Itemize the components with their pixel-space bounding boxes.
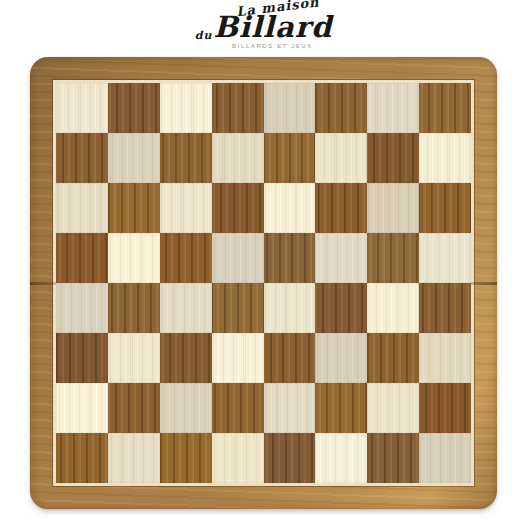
square-a3[interactable]: [56, 333, 108, 383]
square-c8[interactable]: [160, 83, 212, 133]
square-g4[interactable]: [367, 283, 419, 333]
square-g3[interactable]: [367, 333, 419, 383]
square-d2[interactable]: [212, 383, 264, 433]
square-a5[interactable]: [56, 233, 108, 283]
square-b8[interactable]: [108, 83, 160, 133]
square-f2[interactable]: [315, 383, 367, 433]
product-photo: La maison duBillard BILLARDS ET JEUX: [0, 0, 527, 527]
board-grid: [56, 83, 471, 483]
square-e2[interactable]: [264, 383, 316, 433]
square-f8[interactable]: [315, 83, 367, 133]
square-f7[interactable]: [315, 133, 367, 183]
square-g7[interactable]: [367, 133, 419, 183]
square-g8[interactable]: [367, 83, 419, 133]
square-a8[interactable]: [56, 83, 108, 133]
square-g1[interactable]: [367, 433, 419, 483]
square-a4[interactable]: [56, 283, 108, 333]
square-h5[interactable]: [419, 233, 471, 283]
square-d6[interactable]: [212, 183, 264, 233]
board-foot-right: [469, 503, 485, 512]
square-e1[interactable]: [264, 433, 316, 483]
square-a7[interactable]: [56, 133, 108, 183]
square-d7[interactable]: [212, 133, 264, 183]
square-a2[interactable]: [56, 383, 108, 433]
square-g2[interactable]: [367, 383, 419, 433]
square-h7[interactable]: [419, 133, 471, 183]
square-c7[interactable]: [160, 133, 212, 183]
square-b4[interactable]: [108, 283, 160, 333]
square-g6[interactable]: [367, 183, 419, 233]
square-c6[interactable]: [160, 183, 212, 233]
square-h4[interactable]: [419, 283, 471, 333]
square-c5[interactable]: [160, 233, 212, 283]
square-e8[interactable]: [264, 83, 316, 133]
square-e3[interactable]: [264, 333, 316, 383]
square-h3[interactable]: [419, 333, 471, 383]
square-f1[interactable]: [315, 433, 367, 483]
square-h8[interactable]: [419, 83, 471, 133]
square-d1[interactable]: [212, 433, 264, 483]
square-b6[interactable]: [108, 183, 160, 233]
fold-seam-left: [30, 282, 56, 285]
square-e5[interactable]: [264, 233, 316, 283]
square-d4[interactable]: [212, 283, 264, 333]
board-foot-left: [42, 504, 58, 513]
square-b1[interactable]: [108, 433, 160, 483]
brand-logo-tagline: BILLARDS ET JEUX: [172, 43, 374, 49]
square-h2[interactable]: [419, 383, 471, 433]
square-c1[interactable]: [160, 433, 212, 483]
square-f6[interactable]: [315, 183, 367, 233]
square-b2[interactable]: [108, 383, 160, 433]
square-b5[interactable]: [108, 233, 160, 283]
square-c3[interactable]: [160, 333, 212, 383]
square-a1[interactable]: [56, 433, 108, 483]
square-h1[interactable]: [419, 433, 471, 483]
square-e7[interactable]: [264, 133, 316, 183]
square-c2[interactable]: [160, 383, 212, 433]
square-f4[interactable]: [315, 283, 367, 333]
brand-logo-du: du: [195, 29, 213, 42]
square-h6[interactable]: [419, 183, 471, 233]
square-g5[interactable]: [367, 233, 419, 283]
square-f5[interactable]: [315, 233, 367, 283]
square-d3[interactable]: [212, 333, 264, 383]
brand-logo: La maison duBillard BILLARDS ET JEUX: [154, 2, 374, 49]
square-c4[interactable]: [160, 283, 212, 333]
chess-board: [30, 57, 497, 509]
fold-seam-right: [471, 282, 497, 285]
square-e6[interactable]: [264, 183, 316, 233]
square-b7[interactable]: [108, 133, 160, 183]
square-d5[interactable]: [212, 233, 264, 283]
square-d8[interactable]: [212, 83, 264, 133]
square-e4[interactable]: [264, 283, 316, 333]
square-a6[interactable]: [56, 183, 108, 233]
square-b3[interactable]: [108, 333, 160, 383]
square-f3[interactable]: [315, 333, 367, 383]
